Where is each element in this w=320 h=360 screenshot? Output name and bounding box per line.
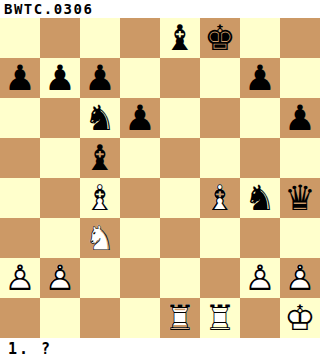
square-a7[interactable]: ♟ [0,58,40,98]
square-g6[interactable] [240,98,280,138]
square-a1[interactable] [0,298,40,338]
square-e2[interactable] [160,258,200,298]
black-pawn: ♟ [0,58,40,98]
title-bar: BWTC.0306 [0,0,320,18]
square-c6[interactable]: ♞ [80,98,120,138]
square-h8[interactable] [280,18,320,58]
square-c3[interactable]: ♞♘ [80,218,120,258]
square-g5[interactable] [240,138,280,178]
white-bishop-body: ♝ [200,178,240,218]
square-d5[interactable] [120,138,160,178]
square-e8[interactable]: ♝ [160,18,200,58]
square-e3[interactable] [160,218,200,258]
square-a5[interactable] [0,138,40,178]
square-e5[interactable] [160,138,200,178]
black-pawn: ♟ [280,98,320,138]
square-h6[interactable]: ♟ [280,98,320,138]
square-b2[interactable]: ♟♙ [40,258,80,298]
square-g7[interactable]: ♟ [240,58,280,98]
square-f5[interactable] [200,138,240,178]
square-h3[interactable] [280,218,320,258]
white-pawn-body: ♟ [0,258,40,298]
white-bishop: ♗ [80,178,120,218]
square-f7[interactable] [200,58,240,98]
square-h7[interactable] [280,58,320,98]
black-king: ♚ [200,18,240,58]
black-pawn: ♟ [40,58,80,98]
chess-puzzle-app: BWTC.0306 ♝♚♟♟♟♟♞♟♟♝♝♗♝♗♞♛♞♘♟♙♟♙♟♙♟♙♜♖♜♖… [0,0,320,360]
white-pawn-body: ♟ [40,258,80,298]
square-h5[interactable] [280,138,320,178]
square-g2[interactable]: ♟♙ [240,258,280,298]
white-king-body: ♚ [280,298,320,338]
square-h4[interactable]: ♛ [280,178,320,218]
white-rook: ♖ [200,298,240,338]
square-f3[interactable] [200,218,240,258]
square-a3[interactable] [0,218,40,258]
square-d3[interactable] [120,218,160,258]
square-e1[interactable]: ♜♖ [160,298,200,338]
black-pawn: ♟ [240,58,280,98]
white-rook: ♖ [160,298,200,338]
square-b5[interactable] [40,138,80,178]
black-pawn: ♟ [120,98,160,138]
black-knight: ♞ [240,178,280,218]
white-knight-body: ♞ [80,218,120,258]
square-g8[interactable] [240,18,280,58]
square-g1[interactable] [240,298,280,338]
square-c7[interactable]: ♟ [80,58,120,98]
move-prompt: 1. ? [8,340,52,358]
white-rook-body: ♜ [160,298,200,338]
white-bishop-body: ♝ [80,178,120,218]
black-bishop: ♝ [80,138,120,178]
square-c5[interactable]: ♝ [80,138,120,178]
square-b8[interactable] [40,18,80,58]
white-rook-body: ♜ [200,298,240,338]
square-c8[interactable] [80,18,120,58]
square-d4[interactable] [120,178,160,218]
chess-board: ♝♚♟♟♟♟♞♟♟♝♝♗♝♗♞♛♞♘♟♙♟♙♟♙♟♙♜♖♜♖♚♔ [0,18,320,338]
square-f1[interactable]: ♜♖ [200,298,240,338]
white-king: ♔ [280,298,320,338]
square-a6[interactable] [0,98,40,138]
square-b3[interactable] [40,218,80,258]
square-g3[interactable] [240,218,280,258]
black-pawn: ♟ [80,58,120,98]
square-c1[interactable] [80,298,120,338]
square-d7[interactable] [120,58,160,98]
square-f2[interactable] [200,258,240,298]
square-f6[interactable] [200,98,240,138]
black-bishop: ♝ [160,18,200,58]
black-knight: ♞ [80,98,120,138]
square-f8[interactable]: ♚ [200,18,240,58]
square-d1[interactable] [120,298,160,338]
white-pawn-body: ♟ [240,258,280,298]
white-pawn: ♙ [0,258,40,298]
square-d2[interactable] [120,258,160,298]
square-h1[interactable]: ♚♔ [280,298,320,338]
square-a4[interactable] [0,178,40,218]
square-c4[interactable]: ♝♗ [80,178,120,218]
square-h2[interactable]: ♟♙ [280,258,320,298]
square-e6[interactable] [160,98,200,138]
square-a8[interactable] [0,18,40,58]
white-pawn: ♙ [280,258,320,298]
white-knight: ♘ [80,218,120,258]
square-f4[interactable]: ♝♗ [200,178,240,218]
black-queen: ♛ [280,178,320,218]
white-pawn: ♙ [240,258,280,298]
white-pawn: ♙ [40,258,80,298]
white-bishop: ♗ [200,178,240,218]
square-b7[interactable]: ♟ [40,58,80,98]
white-pawn-body: ♟ [280,258,320,298]
square-e7[interactable] [160,58,200,98]
square-d8[interactable] [120,18,160,58]
footer-bar: 1. ? [0,338,320,360]
square-g4[interactable]: ♞ [240,178,280,218]
square-b1[interactable] [40,298,80,338]
puzzle-title: BWTC.0306 [4,0,93,18]
square-b6[interactable] [40,98,80,138]
square-a2[interactable]: ♟♙ [0,258,40,298]
square-b4[interactable] [40,178,80,218]
square-d6[interactable]: ♟ [120,98,160,138]
square-c2[interactable] [80,258,120,298]
square-e4[interactable] [160,178,200,218]
